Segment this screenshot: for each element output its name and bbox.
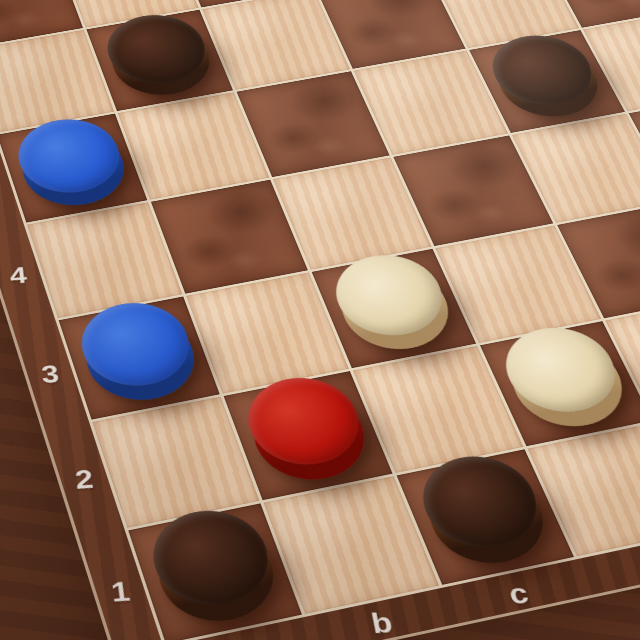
file-label-c: c [444,568,593,620]
scene: 12345678abcdefgh [0,0,640,640]
board-frame: 12345678abcdefgh [0,0,640,640]
